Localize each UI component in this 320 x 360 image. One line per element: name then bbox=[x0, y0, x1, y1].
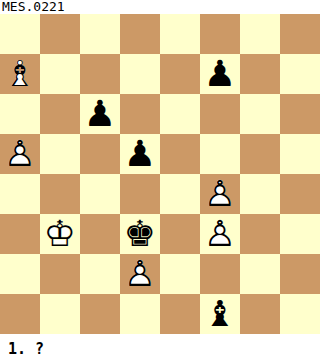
square-a8[interactable] bbox=[0, 14, 40, 54]
square-a7[interactable]: ♝♗ bbox=[0, 54, 40, 94]
square-d7[interactable] bbox=[120, 54, 160, 94]
square-a1[interactable] bbox=[0, 294, 40, 334]
square-d6[interactable] bbox=[120, 94, 160, 134]
square-f7[interactable]: ♟ bbox=[200, 54, 240, 94]
square-h6[interactable] bbox=[280, 94, 320, 134]
square-a4[interactable] bbox=[0, 174, 40, 214]
square-f2[interactable] bbox=[200, 254, 240, 294]
square-b3[interactable]: ♚♔ bbox=[40, 214, 80, 254]
white-pawn-outline: ♙ bbox=[200, 214, 240, 254]
square-f3[interactable]: ♟♙ bbox=[200, 214, 240, 254]
square-g4[interactable] bbox=[240, 174, 280, 214]
square-e6[interactable] bbox=[160, 94, 200, 134]
square-b1[interactable] bbox=[40, 294, 80, 334]
square-c2[interactable] bbox=[80, 254, 120, 294]
white-king-outline: ♔ bbox=[40, 214, 80, 254]
square-g5[interactable] bbox=[240, 134, 280, 174]
square-b8[interactable] bbox=[40, 14, 80, 54]
square-h5[interactable] bbox=[280, 134, 320, 174]
move-prompt: 1. ? bbox=[0, 334, 320, 358]
square-g2[interactable] bbox=[240, 254, 280, 294]
page-title: MES.0221 bbox=[0, 0, 320, 14]
square-d5[interactable]: ♟ bbox=[120, 134, 160, 174]
black-pawn: ♟ bbox=[200, 54, 240, 94]
square-e2[interactable] bbox=[160, 254, 200, 294]
black-pawn: ♟ bbox=[80, 94, 120, 134]
square-c4[interactable] bbox=[80, 174, 120, 214]
white-pawn-outline: ♙ bbox=[120, 254, 160, 294]
square-h2[interactable] bbox=[280, 254, 320, 294]
square-f1[interactable]: ♝ bbox=[200, 294, 240, 334]
black-king: ♚ bbox=[120, 214, 160, 254]
square-f6[interactable] bbox=[200, 94, 240, 134]
square-f4[interactable]: ♟♙ bbox=[200, 174, 240, 214]
square-g8[interactable] bbox=[240, 14, 280, 54]
square-h8[interactable] bbox=[280, 14, 320, 54]
square-h7[interactable] bbox=[280, 54, 320, 94]
square-a3[interactable] bbox=[0, 214, 40, 254]
black-bishop: ♝ bbox=[200, 294, 240, 334]
square-a5[interactable]: ♟♙ bbox=[0, 134, 40, 174]
square-c8[interactable] bbox=[80, 14, 120, 54]
square-h1[interactable] bbox=[280, 294, 320, 334]
square-b7[interactable] bbox=[40, 54, 80, 94]
chess-program-window: MES.0221 ♝♗♟♟♟♙♟♟♙♚♔♚♟♙♟♙♝ 1. ? bbox=[0, 0, 320, 358]
square-a6[interactable] bbox=[0, 94, 40, 134]
square-g6[interactable] bbox=[240, 94, 280, 134]
square-g1[interactable] bbox=[240, 294, 280, 334]
square-e4[interactable] bbox=[160, 174, 200, 214]
square-c7[interactable] bbox=[80, 54, 120, 94]
black-pawn: ♟ bbox=[120, 134, 160, 174]
square-b6[interactable] bbox=[40, 94, 80, 134]
square-a2[interactable] bbox=[0, 254, 40, 294]
square-e5[interactable] bbox=[160, 134, 200, 174]
square-e1[interactable] bbox=[160, 294, 200, 334]
square-b2[interactable] bbox=[40, 254, 80, 294]
square-c5[interactable] bbox=[80, 134, 120, 174]
square-e3[interactable] bbox=[160, 214, 200, 254]
chess-board: ♝♗♟♟♟♙♟♟♙♚♔♚♟♙♟♙♝ bbox=[0, 14, 320, 334]
square-b5[interactable] bbox=[40, 134, 80, 174]
white-pawn-outline: ♙ bbox=[0, 134, 40, 174]
square-d3[interactable]: ♚ bbox=[120, 214, 160, 254]
square-f8[interactable] bbox=[200, 14, 240, 54]
square-f5[interactable] bbox=[200, 134, 240, 174]
square-h4[interactable] bbox=[280, 174, 320, 214]
white-bishop-outline: ♗ bbox=[0, 54, 40, 94]
square-c3[interactable] bbox=[80, 214, 120, 254]
square-d2[interactable]: ♟♙ bbox=[120, 254, 160, 294]
square-g7[interactable] bbox=[240, 54, 280, 94]
square-e7[interactable] bbox=[160, 54, 200, 94]
square-e8[interactable] bbox=[160, 14, 200, 54]
square-d8[interactable] bbox=[120, 14, 160, 54]
square-b4[interactable] bbox=[40, 174, 80, 214]
square-d4[interactable] bbox=[120, 174, 160, 214]
square-d1[interactable] bbox=[120, 294, 160, 334]
square-g3[interactable] bbox=[240, 214, 280, 254]
square-h3[interactable] bbox=[280, 214, 320, 254]
white-pawn-outline: ♙ bbox=[200, 174, 240, 214]
square-c1[interactable] bbox=[80, 294, 120, 334]
square-c6[interactable]: ♟ bbox=[80, 94, 120, 134]
